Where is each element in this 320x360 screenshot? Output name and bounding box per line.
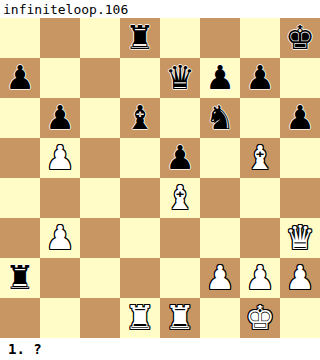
square-a6[interactable] [0,98,40,138]
piece-white-queen-h3[interactable]: ♛ [285,218,315,258]
square-b6[interactable]: ♟ [40,98,80,138]
piece-black-pawn-a7[interactable]: ♟ [5,58,35,98]
square-g3[interactable] [240,218,280,258]
square-f1[interactable] [200,298,240,338]
square-h5[interactable] [280,138,320,178]
piece-black-pawn-b6[interactable]: ♟ [45,98,75,138]
piece-black-pawn-h6[interactable]: ♟ [285,98,315,138]
square-d3[interactable] [120,218,160,258]
square-h6[interactable]: ♟ [280,98,320,138]
square-d1[interactable]: ♜ [120,298,160,338]
piece-white-pawn-b5[interactable]: ♟ [45,138,75,178]
window-title-bar: infiniteloop.106 [0,0,320,18]
square-c1[interactable] [80,298,120,338]
square-h2[interactable]: ♟ [280,258,320,298]
square-b5[interactable]: ♟ [40,138,80,178]
square-f4[interactable] [200,178,240,218]
piece-white-king-g1[interactable]: ♚ [245,298,275,338]
piece-white-bishop-e4[interactable]: ♝ [165,178,195,218]
square-c2[interactable] [80,258,120,298]
chess-board: ♜♚♟♛♟♟♟♝♞♟♟♟♝♝♟♛♜♟♟♟♜♜♚ [0,18,320,338]
square-e1[interactable]: ♜ [160,298,200,338]
piece-white-rook-e1[interactable]: ♜ [165,298,195,338]
square-e8[interactable] [160,18,200,58]
move-prompt: 1. ? [8,341,42,357]
square-g7[interactable]: ♟ [240,58,280,98]
square-e7[interactable]: ♛ [160,58,200,98]
square-b4[interactable] [40,178,80,218]
square-e6[interactable] [160,98,200,138]
square-f6[interactable]: ♞ [200,98,240,138]
square-h1[interactable] [280,298,320,338]
piece-black-pawn-e5[interactable]: ♟ [165,138,195,178]
square-d4[interactable] [120,178,160,218]
square-a8[interactable] [0,18,40,58]
square-e5[interactable]: ♟ [160,138,200,178]
square-c3[interactable] [80,218,120,258]
piece-black-queen-e7[interactable]: ♛ [165,58,195,98]
square-d5[interactable] [120,138,160,178]
square-g1[interactable]: ♚ [240,298,280,338]
square-b2[interactable] [40,258,80,298]
piece-black-king-h8[interactable]: ♚ [285,18,315,58]
square-a4[interactable] [0,178,40,218]
piece-white-pawn-h2[interactable]: ♟ [285,258,315,298]
piece-white-pawn-g2[interactable]: ♟ [245,258,275,298]
square-d2[interactable] [120,258,160,298]
piece-black-rook-a2[interactable]: ♜ [5,258,35,298]
piece-black-rook-d8[interactable]: ♜ [125,18,155,58]
square-a2[interactable]: ♜ [0,258,40,298]
square-b1[interactable] [40,298,80,338]
square-f5[interactable] [200,138,240,178]
square-h3[interactable]: ♛ [280,218,320,258]
square-e2[interactable] [160,258,200,298]
square-g8[interactable] [240,18,280,58]
piece-white-pawn-b3[interactable]: ♟ [45,218,75,258]
square-d8[interactable]: ♜ [120,18,160,58]
square-b7[interactable] [40,58,80,98]
square-e3[interactable] [160,218,200,258]
square-d7[interactable] [120,58,160,98]
piece-white-pawn-f2[interactable]: ♟ [205,258,235,298]
piece-white-bishop-g5[interactable]: ♝ [245,138,275,178]
window-title: infiniteloop.106 [3,2,128,17]
square-h4[interactable] [280,178,320,218]
square-a7[interactable]: ♟ [0,58,40,98]
piece-black-pawn-g7[interactable]: ♟ [245,58,275,98]
square-h7[interactable] [280,58,320,98]
square-g6[interactable] [240,98,280,138]
square-b8[interactable] [40,18,80,58]
square-b3[interactable]: ♟ [40,218,80,258]
square-a3[interactable] [0,218,40,258]
square-a1[interactable] [0,298,40,338]
piece-black-bishop-d6[interactable]: ♝ [125,98,155,138]
square-g2[interactable]: ♟ [240,258,280,298]
square-g4[interactable] [240,178,280,218]
square-e4[interactable]: ♝ [160,178,200,218]
square-c5[interactable] [80,138,120,178]
square-f8[interactable] [200,18,240,58]
square-f2[interactable]: ♟ [200,258,240,298]
square-c4[interactable] [80,178,120,218]
piece-black-pawn-f7[interactable]: ♟ [205,58,235,98]
square-d6[interactable]: ♝ [120,98,160,138]
square-a5[interactable] [0,138,40,178]
status-bar: 1. ? [0,338,320,360]
square-c7[interactable] [80,58,120,98]
square-c6[interactable] [80,98,120,138]
piece-black-knight-f6[interactable]: ♞ [205,98,235,138]
square-g5[interactable]: ♝ [240,138,280,178]
square-h8[interactable]: ♚ [280,18,320,58]
square-f3[interactable] [200,218,240,258]
square-f7[interactable]: ♟ [200,58,240,98]
piece-white-rook-d1[interactable]: ♜ [125,298,155,338]
square-c8[interactable] [80,18,120,58]
